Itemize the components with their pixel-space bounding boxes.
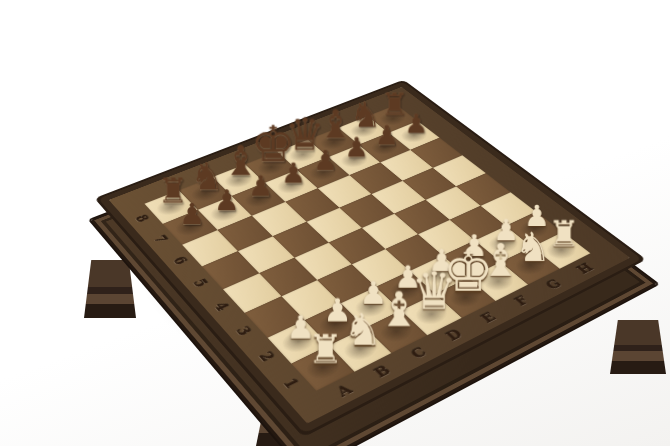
tray-foot-right — [610, 320, 666, 374]
chess-set-scene: 8♜♞♝♚♛♝♞♜7♟♟♟♟♟♟♟♟65432♟♟♟♟♟♟♟♟1♜♞♝♛♚♝♞♜… — [0, 0, 670, 446]
black-pawn-a7[interactable]: ♟ — [166, 200, 218, 229]
white-rook-a1[interactable]: ♜ — [296, 330, 355, 370]
tray-foot-left — [84, 260, 136, 318]
square-a7[interactable]: ♟ — [163, 210, 218, 245]
